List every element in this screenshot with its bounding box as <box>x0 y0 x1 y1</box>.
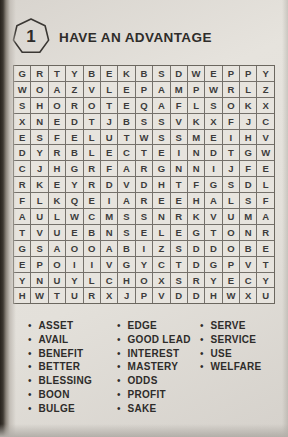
grid-cell[interactable]: Y <box>205 273 221 288</box>
grid-cell[interactable]: G <box>14 241 30 256</box>
grid-cell[interactable]: Y <box>14 273 30 288</box>
grid-cell[interactable]: O <box>84 98 100 113</box>
grid-cell[interactable]: Y <box>66 66 82 81</box>
grid-cell[interactable]: O <box>223 225 239 240</box>
grid-cell[interactable]: C <box>84 209 100 224</box>
grid-cell[interactable]: H <box>240 130 256 145</box>
grid-cell[interactable]: V <box>31 225 47 240</box>
grid-cell[interactable]: O <box>49 98 65 113</box>
grid-cell[interactable]: A <box>118 193 134 208</box>
grid-cell[interactable]: A <box>153 82 169 97</box>
grid-cell[interactable]: W <box>205 82 221 97</box>
grid-cell[interactable]: G <box>240 145 256 160</box>
grid-cell[interactable]: B <box>84 225 100 240</box>
grid-cell[interactable]: P <box>223 257 239 272</box>
grid-cell[interactable]: F <box>223 114 239 129</box>
bullet-icon: • <box>28 347 32 361</box>
grid-cell[interactable]: S <box>14 98 30 113</box>
grid-cell[interactable]: D <box>205 241 221 256</box>
puzzle-number-badge: 1 <box>12 17 50 57</box>
grid-cell[interactable]: T <box>118 130 134 145</box>
grid-cell[interactable]: N <box>240 225 256 240</box>
grid-cell[interactable]: R <box>171 209 187 224</box>
bullet-icon: • <box>117 333 121 347</box>
bullet-icon: • <box>117 402 121 416</box>
grid-cell[interactable]: W <box>136 130 152 145</box>
grid-cell[interactable]: B <box>118 241 134 256</box>
bullet-icon: • <box>117 347 121 361</box>
grid-cell[interactable]: V <box>84 82 100 97</box>
grid-cell[interactable]: K <box>31 177 47 192</box>
grid-cell[interactable]: H <box>31 98 47 113</box>
grid-cell[interactable]: I <box>84 257 100 272</box>
grid-cell[interactable]: T <box>171 177 187 192</box>
grid-cell[interactable]: O <box>223 98 239 113</box>
bullet-icon: • <box>200 347 204 361</box>
grid-cell[interactable]: Z <box>66 82 82 97</box>
grid-cell[interactable]: R <box>49 145 65 160</box>
grid-cell[interactable]: E <box>205 66 221 81</box>
puzzle-number: 1 <box>12 18 50 56</box>
grid-cell[interactable]: T <box>101 98 117 113</box>
bullet-icon: • <box>200 319 204 333</box>
grid-cell[interactable]: R <box>136 161 152 176</box>
grid-cell[interactable]: G <box>118 257 134 272</box>
grid-cell[interactable]: E <box>153 193 169 208</box>
word-column: •SERVE•SERVICE•USE•WELFARE <box>200 319 262 415</box>
grid-cell[interactable]: R <box>136 193 152 208</box>
grid-cell[interactable]: E <box>257 161 273 176</box>
grid-cell[interactable]: P <box>136 288 152 303</box>
grid-cell[interactable]: S <box>31 241 47 256</box>
grid-cell[interactable]: L <box>257 177 273 192</box>
grid-cell[interactable]: V <box>118 177 134 192</box>
grid-cell[interactable]: M <box>101 209 117 224</box>
grid-cell[interactable]: O <box>136 273 152 288</box>
grid-cell[interactable]: G <box>66 161 82 176</box>
grid-cell[interactable]: H <box>188 193 204 208</box>
grid-cell[interactable]: H <box>49 161 65 176</box>
grid-cell[interactable]: R <box>223 82 239 97</box>
grid-cell[interactable]: M <box>171 82 187 97</box>
word-item: •BENEFIT <box>28 347 117 361</box>
grid-cell[interactable]: E <box>101 145 117 160</box>
word-item: •AVAIL <box>28 333 117 347</box>
grid-cell[interactable]: L <box>49 209 65 224</box>
grid-cell[interactable]: E <box>66 225 82 240</box>
grid-cell[interactable]: V <box>101 257 117 272</box>
book-page-photo: 1 HAVE AN ADVANTAGE GRTYBEKBSDWEPPYWOAZV… <box>0 0 288 437</box>
grid-cell[interactable]: A <box>153 98 169 113</box>
grid-cell[interactable]: F <box>240 161 256 176</box>
word-label: WELFARE <box>211 360 262 374</box>
grid-cell[interactable]: T <box>49 66 65 81</box>
word-item: •GOOD LEAD <box>117 333 200 347</box>
word-column: •ASSET•AVAIL•BENEFIT•BETTER•BLESSING•BOO… <box>28 319 117 415</box>
grid-cell[interactable]: R <box>14 177 30 192</box>
grid-cell[interactable]: P <box>223 66 239 81</box>
grid-cell[interactable]: L <box>84 130 100 145</box>
grid-cell[interactable]: X <box>14 114 30 129</box>
word-item: •ODDS <box>117 374 200 388</box>
grid-cell[interactable]: D <box>205 145 221 160</box>
grid-cell[interactable]: C <box>14 161 30 176</box>
grid-cell[interactable]: L <box>153 225 169 240</box>
grid-cell[interactable]: S <box>205 98 221 113</box>
grid-cell[interactable]: V <box>171 114 187 129</box>
grid-cell[interactable]: C <box>240 273 256 288</box>
grid-cell[interactable]: E <box>101 66 117 81</box>
grid-cell[interactable]: F <box>188 177 204 192</box>
grid-cell[interactable]: L <box>188 98 204 113</box>
grid-cell[interactable]: U <box>223 209 239 224</box>
grid-cell[interactable]: J <box>223 161 239 176</box>
grid-cell[interactable]: F <box>257 193 273 208</box>
grid-cell[interactable]: B <box>118 114 134 129</box>
grid-cell[interactable]: N <box>188 145 204 160</box>
grid-cell[interactable]: G <box>205 257 221 272</box>
grid-cell[interactable]: W <box>223 288 239 303</box>
word-item: •MASTERY <box>117 360 200 374</box>
grid-cell[interactable]: E <box>14 130 30 145</box>
word-item: •SERVICE <box>200 333 262 347</box>
grid-cell[interactable]: S <box>118 225 134 240</box>
word-label: ASSET <box>39 319 74 333</box>
bullet-icon: • <box>28 333 32 347</box>
grid-cell[interactable]: P <box>188 82 204 97</box>
grid-cell[interactable]: N <box>171 161 187 176</box>
grid-cell[interactable]: O <box>31 82 47 97</box>
grid-cell[interactable]: U <box>49 273 65 288</box>
grid-cell[interactable]: S <box>153 114 169 129</box>
bullet-icon: • <box>117 388 121 402</box>
grid-cell[interactable]: H <box>118 273 134 288</box>
grid-cell[interactable]: C <box>153 257 169 272</box>
grid-cell[interactable]: E <box>153 145 169 160</box>
grid-cell[interactable]: W <box>31 288 47 303</box>
grid-cell[interactable]: N <box>31 114 47 129</box>
grid-cell[interactable]: O <box>66 241 82 256</box>
grid-cell[interactable]: T <box>84 114 100 129</box>
grid-cell[interactable]: S <box>171 130 187 145</box>
grid-cell[interactable]: T <box>49 288 65 303</box>
grid-cell[interactable]: E <box>14 257 30 272</box>
grid-cell[interactable]: U <box>49 225 65 240</box>
page-bottom-shadow <box>0 424 288 437</box>
grid-cell[interactable]: O <box>84 241 100 256</box>
grid-cell[interactable]: G <box>188 225 204 240</box>
word-item: •SAKE <box>117 402 200 416</box>
grid-cell[interactable]: L <box>31 193 47 208</box>
grid-cell[interactable]: F <box>171 98 187 113</box>
grid-cell[interactable]: H <box>205 288 221 303</box>
word-label: ODDS <box>128 374 158 388</box>
grid-cell[interactable]: R <box>188 273 204 288</box>
grid-cell[interactable]: J <box>118 288 134 303</box>
bullet-icon: • <box>28 374 32 388</box>
word-label: SAKE <box>128 402 157 416</box>
grid-cell[interactable]: I <box>136 241 152 256</box>
grid-cell[interactable]: L <box>101 82 117 97</box>
grid-cell[interactable]: Q <box>66 193 82 208</box>
grid-cell[interactable]: K <box>188 114 204 129</box>
grid-cell[interactable]: K <box>118 66 134 81</box>
grid-cell[interactable]: U <box>31 209 47 224</box>
word-label: BETTER <box>39 360 81 374</box>
grid-cell[interactable]: S <box>118 209 134 224</box>
grid-cell[interactable]: I <box>223 130 239 145</box>
grid-cell[interactable]: E <box>171 193 187 208</box>
grid-cell[interactable]: D <box>171 288 187 303</box>
grid-cell[interactable]: I <box>205 161 221 176</box>
grid-cell[interactable]: C <box>101 273 117 288</box>
grid-cell[interactable]: H <box>153 177 169 192</box>
grid-cell[interactable]: N <box>31 273 47 288</box>
grid-cell[interactable]: S <box>153 66 169 81</box>
grid-cell[interactable]: L <box>240 82 256 97</box>
word-item: •PROFIT <box>117 388 200 402</box>
grid-cell[interactable]: X <box>257 98 273 113</box>
word-label: BENEFIT <box>39 347 84 361</box>
grid-cell[interactable]: N <box>188 161 204 176</box>
grid-cell[interactable]: D <box>240 177 256 192</box>
grid-cell[interactable]: G <box>205 177 221 192</box>
grid-cell[interactable]: F <box>49 130 65 145</box>
grid-cell[interactable]: E <box>223 273 239 288</box>
word-item: •SERVE <box>200 319 262 333</box>
grid-cell[interactable]: L <box>223 193 239 208</box>
grid-cell[interactable]: T <box>14 225 30 240</box>
word-label: INTEREST <box>128 347 180 361</box>
grid-cell[interactable]: J <box>31 161 47 176</box>
grid-cell[interactable]: I <box>101 193 117 208</box>
grid-cell[interactable]: A <box>49 82 65 97</box>
word-label: AVAIL <box>39 333 69 347</box>
grid-cell[interactable]: N <box>101 225 117 240</box>
grid-cell[interactable]: S <box>136 209 152 224</box>
grid-cell[interactable]: Y <box>257 66 273 81</box>
word-label: EDGE <box>128 319 158 333</box>
grid-cell[interactable]: D <box>171 66 187 81</box>
bullet-icon: • <box>28 388 32 402</box>
word-item: •BULGE <box>28 402 117 416</box>
grid-cell[interactable]: X <box>153 273 169 288</box>
grid-cell[interactable]: E <box>118 82 134 97</box>
grid-cell[interactable]: A <box>205 193 221 208</box>
grid-cell[interactable]: O <box>49 257 65 272</box>
word-item: •BOON <box>28 388 117 402</box>
word-search-grid: GRTYBEKBSDWEPPYWOAZVLEPAMPWRLZSHOROTEQAF… <box>13 65 275 304</box>
grid-cell[interactable]: U <box>257 288 273 303</box>
grid-cell[interactable]: Y <box>31 145 47 160</box>
grid-cell[interactable]: D <box>188 288 204 303</box>
grid-cell[interactable]: S <box>31 130 47 145</box>
grid-cell[interactable]: H <box>14 288 30 303</box>
grid-cell[interactable]: F <box>101 161 117 176</box>
grid-cell[interactable]: A <box>118 161 134 176</box>
grid-cell[interactable]: E <box>66 130 82 145</box>
grid-cell[interactable]: O <box>223 241 239 256</box>
bullet-icon: • <box>117 319 121 333</box>
grid-cell[interactable]: A <box>49 241 65 256</box>
grid-cell[interactable]: S <box>171 273 187 288</box>
grid-cell[interactable]: T <box>223 145 239 160</box>
word-item: •BETTER <box>28 360 117 374</box>
grid-cell[interactable]: T <box>205 225 221 240</box>
word-label: BULGE <box>39 402 76 416</box>
grid-cell[interactable]: J <box>101 114 117 129</box>
grid-cell[interactable]: D <box>188 257 204 272</box>
grid-cell[interactable]: S <box>136 114 152 129</box>
grid-cell[interactable]: E <box>136 225 152 240</box>
grid-cell[interactable]: N <box>153 209 169 224</box>
grid-cell[interactable]: C <box>257 114 273 129</box>
grid-cell[interactable]: D <box>188 241 204 256</box>
grid-cell[interactable]: E <box>118 98 134 113</box>
grid-cell[interactable]: M <box>188 130 204 145</box>
word-item: •EDGE <box>117 319 200 333</box>
puzzle-title: HAVE AN ADVANTAGE <box>59 30 212 45</box>
grid-cell[interactable]: G <box>153 161 169 176</box>
grid-cell[interactable]: U <box>101 130 117 145</box>
grid-cell[interactable]: I <box>171 145 187 160</box>
grid-cell[interactable]: P <box>31 257 47 272</box>
grid-cell[interactable]: W <box>14 82 30 97</box>
grid-cell[interactable]: W <box>257 145 273 160</box>
grid-cell[interactable]: K <box>188 209 204 224</box>
grid-cell[interactable]: R <box>84 161 100 176</box>
grid-cell[interactable]: B <box>66 145 82 160</box>
grid-cell[interactable]: D <box>14 145 30 160</box>
bullet-icon: • <box>117 374 121 388</box>
word-list: •ASSET•AVAIL•BENEFIT•BETTER•BLESSING•BOO… <box>28 319 288 415</box>
grid-cell[interactable]: D <box>101 177 117 192</box>
grid-cell[interactable]: K <box>240 98 256 113</box>
grid-cell[interactable]: R <box>66 98 82 113</box>
word-label: BOON <box>39 388 70 402</box>
grid-cell[interactable]: I <box>66 257 82 272</box>
bullet-icon: • <box>28 402 32 416</box>
grid-cell[interactable]: V <box>153 288 169 303</box>
word-label: SERVICE <box>211 333 257 347</box>
grid-cell[interactable]: B <box>136 66 152 81</box>
word-item: •WELFARE <box>200 360 262 374</box>
page-content: 1 HAVE AN ADVANTAGE GRTYBEKBSDWEPPYWOAZV… <box>0 0 288 415</box>
grid-cell[interactable]: E <box>205 130 221 145</box>
grid-cell[interactable]: W <box>188 66 204 81</box>
grid-cell[interactable]: M <box>240 209 256 224</box>
grid-cell[interactable]: E <box>49 177 65 192</box>
grid-cell[interactable]: X <box>205 114 221 129</box>
word-label: BLESSING <box>39 374 93 388</box>
grid-cell[interactable]: Y <box>66 273 82 288</box>
grid-cell[interactable]: J <box>240 114 256 129</box>
grid-cell[interactable]: E <box>49 114 65 129</box>
grid-cell[interactable]: K <box>49 193 65 208</box>
word-item: •INTEREST <box>117 347 200 361</box>
grid-cell[interactable]: S <box>240 193 256 208</box>
grid-cell[interactable]: V <box>205 209 221 224</box>
grid-cell[interactable]: U <box>66 288 82 303</box>
grid-cell[interactable]: Z <box>153 241 169 256</box>
grid-cell[interactable]: E <box>171 225 187 240</box>
grid-cell[interactable]: P <box>240 66 256 81</box>
grid-cell[interactable]: V <box>240 257 256 272</box>
grid-cell[interactable]: A <box>14 209 30 224</box>
grid-cell[interactable]: D <box>66 114 82 129</box>
grid-cell[interactable]: V <box>257 130 273 145</box>
word-item: •BLESSING <box>28 374 117 388</box>
grid-cell[interactable]: E <box>257 241 273 256</box>
grid-cell[interactable]: R <box>84 288 100 303</box>
grid-cell[interactable]: G <box>14 66 30 81</box>
word-label: SERVE <box>211 319 246 333</box>
grid-cell[interactable]: Y <box>66 177 82 192</box>
grid-cell[interactable]: F <box>14 193 30 208</box>
grid-cell[interactable]: R <box>31 66 47 81</box>
grid-cell[interactable]: Q <box>136 98 152 113</box>
word-label: PROFIT <box>128 388 166 402</box>
grid-cell[interactable]: B <box>84 66 100 81</box>
puzzle-header: 1 HAVE AN ADVANTAGE <box>0 0 288 58</box>
grid-cell[interactable]: A <box>257 209 273 224</box>
word-label: USE <box>211 347 232 361</box>
word-label: GOOD LEAD <box>128 333 191 347</box>
word-item: •ASSET <box>28 319 117 333</box>
grid-cell[interactable]: L <box>84 145 100 160</box>
grid-cell[interactable]: T <box>171 257 187 272</box>
grid-cell[interactable]: R <box>257 225 273 240</box>
word-column: •EDGE•GOOD LEAD•INTEREST•MASTERY•ODDS•PR… <box>117 319 200 415</box>
bullet-icon: • <box>28 360 32 374</box>
bullet-icon: • <box>117 360 121 374</box>
grid-cell[interactable]: P <box>136 82 152 97</box>
grid-cell[interactable]: C <box>118 145 134 160</box>
grid-cell[interactable]: S <box>171 241 187 256</box>
grid-cell[interactable]: Z <box>257 82 273 97</box>
word-item: •USE <box>200 347 262 361</box>
word-label: MASTERY <box>128 360 179 374</box>
grid-cell[interactable]: Y <box>257 273 273 288</box>
grid-cell[interactable]: S <box>223 177 239 192</box>
bullet-icon: • <box>200 360 204 374</box>
grid-cell[interactable]: A <box>101 241 117 256</box>
grid-cell[interactable]: D <box>136 177 152 192</box>
bullet-icon: • <box>200 333 204 347</box>
grid-cell[interactable]: Y <box>136 257 152 272</box>
grid-cell[interactable]: R <box>84 177 100 192</box>
grid-cell[interactable]: X <box>240 288 256 303</box>
grid-cell[interactable]: T <box>257 257 273 272</box>
grid-cell[interactable]: B <box>240 241 256 256</box>
grid-cell[interactable]: S <box>153 130 169 145</box>
grid-cell[interactable]: X <box>101 288 117 303</box>
grid-cell[interactable]: W <box>66 209 82 224</box>
bullet-icon: • <box>28 319 32 333</box>
grid-cell[interactable]: E <box>84 193 100 208</box>
grid-cell[interactable]: T <box>136 145 152 160</box>
grid-cell[interactable]: L <box>84 273 100 288</box>
